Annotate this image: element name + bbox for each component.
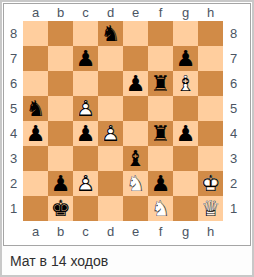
square-b3[interactable] — [48, 146, 73, 171]
square-a8[interactable] — [23, 21, 48, 46]
black-knight: ♞ — [23, 96, 48, 121]
spacer — [223, 221, 250, 245]
square-d1[interactable] — [98, 196, 123, 221]
square-d2[interactable] — [98, 171, 123, 196]
rank-label: 4 — [4, 121, 23, 146]
square-b7[interactable] — [48, 46, 73, 71]
white-pawn: ♟♙ — [73, 171, 98, 196]
square-b1[interactable]: ♚ — [48, 196, 73, 221]
board-with-coordinates: abcdefgh 87654321 ♞♟♟♟♜♝♗♞♟♙♟♟♟♙♜♟♝♟♟♙♞♘… — [3, 3, 251, 246]
black-pawn: ♟ — [73, 46, 98, 71]
rank-label: 7 — [223, 46, 250, 71]
square-b4[interactable] — [48, 121, 73, 146]
square-f8[interactable] — [148, 21, 173, 46]
square-a4[interactable]: ♟ — [23, 121, 48, 146]
square-f2[interactable]: ♟ — [148, 171, 173, 196]
black-pawn: ♟ — [173, 121, 198, 146]
rank-label: 6 — [4, 71, 23, 96]
square-a6[interactable] — [23, 71, 48, 96]
square-f3[interactable] — [148, 146, 173, 171]
file-label: e — [123, 221, 148, 245]
rank-label: 2 — [223, 171, 250, 196]
rank-labels-right: 87654321 — [223, 21, 250, 221]
square-f4[interactable]: ♜ — [148, 121, 173, 146]
rank-label: 2 — [4, 171, 23, 196]
rank-label: 1 — [223, 196, 250, 221]
square-g5[interactable] — [173, 96, 198, 121]
file-label: e — [123, 4, 148, 21]
square-a1[interactable] — [23, 196, 48, 221]
square-h3[interactable] — [198, 146, 223, 171]
square-a3[interactable] — [23, 146, 48, 171]
white-bishop: ♝♗ — [173, 71, 198, 96]
square-d4[interactable]: ♟♙ — [98, 121, 123, 146]
rank-label: 4 — [223, 121, 250, 146]
square-d8[interactable]: ♞ — [98, 21, 123, 46]
square-c5[interactable]: ♟♙ — [73, 96, 98, 121]
square-h5[interactable] — [198, 96, 223, 121]
square-c3[interactable] — [73, 146, 98, 171]
file-label: d — [98, 221, 123, 245]
white-pawn: ♟♙ — [73, 96, 98, 121]
black-king: ♚ — [48, 196, 73, 221]
file-label: g — [173, 4, 198, 21]
square-f6[interactable]: ♜ — [148, 71, 173, 96]
square-b2[interactable]: ♟ — [48, 171, 73, 196]
black-pawn: ♟ — [123, 71, 148, 96]
rank-label: 8 — [223, 21, 250, 46]
square-d7[interactable] — [98, 46, 123, 71]
black-pawn: ♟ — [173, 46, 198, 71]
caption: Мат в 14 ходов — [2, 246, 252, 275]
square-c7[interactable]: ♟ — [73, 46, 98, 71]
square-b6[interactable] — [48, 71, 73, 96]
white-knight: ♞♘ — [148, 196, 173, 221]
square-c6[interactable] — [73, 71, 98, 96]
rank-label: 7 — [4, 46, 23, 71]
square-g6[interactable]: ♝♗ — [173, 71, 198, 96]
square-h1[interactable]: ♛♕ — [198, 196, 223, 221]
rank-label: 5 — [4, 96, 23, 121]
file-label: h — [198, 4, 223, 21]
file-label: d — [98, 4, 123, 21]
file-label: b — [48, 4, 73, 21]
chess-diagram: abcdefgh 87654321 ♞♟♟♟♜♝♗♞♟♙♟♟♟♙♜♟♝♟♟♙♞♘… — [2, 2, 252, 246]
square-e8[interactable] — [123, 21, 148, 46]
square-c8[interactable] — [73, 21, 98, 46]
square-e3[interactable]: ♝ — [123, 146, 148, 171]
square-h7[interactable] — [198, 46, 223, 71]
square-g3[interactable] — [173, 146, 198, 171]
square-a7[interactable] — [23, 46, 48, 71]
rank-label: 1 — [4, 196, 23, 221]
square-f5[interactable] — [148, 96, 173, 121]
white-pawn: ♟♙ — [98, 121, 123, 146]
black-pawn: ♟ — [48, 171, 73, 196]
rank-label: 5 — [223, 96, 250, 121]
file-labels-bottom: abcdefgh — [23, 221, 223, 245]
square-c4[interactable]: ♟ — [73, 121, 98, 146]
black-rook: ♜ — [148, 71, 173, 96]
square-g8[interactable] — [173, 21, 198, 46]
square-f1[interactable]: ♞♘ — [148, 196, 173, 221]
file-label: f — [148, 221, 173, 245]
file-labels-top: abcdefgh — [23, 4, 223, 21]
white-queen: ♛♕ — [198, 196, 223, 221]
spacer — [4, 4, 23, 21]
black-pawn: ♟ — [23, 121, 48, 146]
square-e1[interactable] — [123, 196, 148, 221]
file-label: a — [23, 221, 48, 245]
black-bishop: ♝ — [123, 146, 148, 171]
rank-label: 3 — [223, 146, 250, 171]
rank-label: 3 — [4, 146, 23, 171]
square-c2[interactable]: ♟♙ — [73, 171, 98, 196]
chess-board: ♞♟♟♟♜♝♗♞♟♙♟♟♟♙♜♟♝♟♟♙♞♘♟♚♔♚♞♘♛♕ — [23, 21, 223, 221]
square-d6[interactable] — [98, 71, 123, 96]
black-rook: ♜ — [148, 121, 173, 146]
square-g2[interactable] — [173, 171, 198, 196]
square-e5[interactable] — [123, 96, 148, 121]
square-f7[interactable] — [148, 46, 173, 71]
spacer — [4, 221, 23, 245]
file-label: h — [198, 221, 223, 245]
square-e7[interactable] — [123, 46, 148, 71]
square-e4[interactable] — [123, 121, 148, 146]
spacer — [223, 4, 250, 21]
black-pawn: ♟ — [73, 121, 98, 146]
square-c1[interactable] — [73, 196, 98, 221]
square-b8[interactable] — [48, 21, 73, 46]
square-g7[interactable]: ♟ — [173, 46, 198, 71]
square-h8[interactable] — [198, 21, 223, 46]
square-h2[interactable]: ♚♔ — [198, 171, 223, 196]
square-d3[interactable] — [98, 146, 123, 171]
square-h6[interactable] — [198, 71, 223, 96]
file-label: a — [23, 4, 48, 21]
square-b5[interactable] — [48, 96, 73, 121]
square-d5[interactable] — [98, 96, 123, 121]
square-g1[interactable] — [173, 196, 198, 221]
chess-problem-figure: abcdefgh 87654321 ♞♟♟♟♜♝♗♞♟♙♟♟♟♙♜♟♝♟♟♙♞♘… — [0, 0, 254, 277]
rank-labels-left: 87654321 — [4, 21, 23, 221]
file-label: b — [48, 221, 73, 245]
square-a5[interactable]: ♞ — [23, 96, 48, 121]
square-e6[interactable]: ♟ — [123, 71, 148, 96]
black-knight: ♞ — [98, 21, 123, 46]
file-label: c — [73, 221, 98, 245]
square-a2[interactable] — [23, 171, 48, 196]
rank-label: 8 — [4, 21, 23, 46]
rank-label: 6 — [223, 71, 250, 96]
white-king: ♚♔ — [198, 171, 223, 196]
file-label: f — [148, 4, 173, 21]
square-h4[interactable] — [198, 121, 223, 146]
square-e2[interactable]: ♞♘ — [123, 171, 148, 196]
file-label: c — [73, 4, 98, 21]
black-pawn: ♟ — [148, 171, 173, 196]
file-label: g — [173, 221, 198, 245]
white-knight: ♞♘ — [123, 171, 148, 196]
square-g4[interactable]: ♟ — [173, 121, 198, 146]
